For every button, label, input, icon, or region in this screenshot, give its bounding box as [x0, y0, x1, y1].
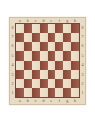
square-d4 [40, 61, 48, 70]
rank-label-right-6: 6 [80, 42, 85, 51]
file-label-bottom-c: c [32, 98, 40, 104]
square-e5 [48, 51, 56, 60]
square-h3 [71, 70, 79, 79]
square-h8 [71, 24, 79, 33]
square-c2 [32, 79, 40, 88]
square-d7 [40, 33, 48, 42]
square-a7 [16, 33, 24, 42]
square-d2 [40, 79, 48, 88]
square-g4 [63, 61, 71, 70]
rank-label-right-1: 1 [80, 89, 85, 98]
rank-labels-right: 87654321 [80, 23, 85, 98]
square-a4 [16, 61, 24, 70]
square-g6 [63, 42, 71, 51]
square-a6 [16, 42, 24, 51]
rank-label-right-5: 5 [80, 51, 85, 60]
square-e6 [48, 42, 56, 51]
square-h7 [71, 33, 79, 42]
square-f4 [55, 61, 63, 70]
square-d3 [40, 70, 48, 79]
square-e2 [48, 79, 56, 88]
square-g2 [63, 79, 71, 88]
square-b4 [24, 61, 32, 70]
square-f3 [55, 70, 63, 79]
square-e3 [48, 70, 56, 79]
square-c8 [32, 24, 40, 33]
rank-label-right-4: 4 [80, 61, 85, 70]
square-e4 [48, 61, 56, 70]
square-a1 [16, 88, 24, 97]
file-label-bottom-f: f [55, 98, 63, 104]
square-f7 [55, 33, 63, 42]
square-a3 [16, 70, 24, 79]
square-d8 [40, 24, 48, 33]
square-g5 [63, 51, 71, 60]
rank-label-right-2: 2 [80, 79, 85, 88]
square-f6 [55, 42, 63, 51]
chess-board: abcdefgh 87654321 87654321 abcdefgh [9, 17, 86, 105]
square-h6 [71, 42, 79, 51]
square-c7 [32, 33, 40, 42]
square-b7 [24, 33, 32, 42]
square-b1 [24, 88, 32, 97]
rank-label-right-8: 8 [80, 23, 85, 32]
square-g8 [63, 24, 71, 33]
square-f1 [55, 88, 63, 97]
square-b5 [24, 51, 32, 60]
square-f8 [55, 24, 63, 33]
file-label-bottom-a: a [16, 98, 24, 104]
square-c5 [32, 51, 40, 60]
square-d5 [40, 51, 48, 60]
square-h2 [71, 79, 79, 88]
square-g7 [63, 33, 71, 42]
board-squares [15, 23, 80, 98]
square-h4 [71, 61, 79, 70]
square-e7 [48, 33, 56, 42]
file-label-bottom-e: e [48, 98, 56, 104]
square-f5 [55, 51, 63, 60]
square-h5 [71, 51, 79, 60]
file-label-bottom-g: g [63, 98, 71, 104]
square-c4 [32, 61, 40, 70]
file-label-bottom-h: h [71, 98, 79, 104]
rank-label-right-3: 3 [80, 70, 85, 79]
square-g1 [63, 88, 71, 97]
square-b2 [24, 79, 32, 88]
square-b6 [24, 42, 32, 51]
file-label-bottom-b: b [24, 98, 32, 104]
square-e8 [48, 24, 56, 33]
photo-background: abcdefgh 87654321 87654321 abcdefgh [0, 0, 95, 126]
file-labels-bottom: abcdefgh [15, 98, 80, 104]
square-c1 [32, 88, 40, 97]
square-d1 [40, 88, 48, 97]
square-h1 [71, 88, 79, 97]
square-a5 [16, 51, 24, 60]
square-a2 [16, 79, 24, 88]
square-b3 [24, 70, 32, 79]
square-d6 [40, 42, 48, 51]
square-b8 [24, 24, 32, 33]
file-label-bottom-d: d [40, 98, 48, 104]
square-a8 [16, 24, 24, 33]
square-f2 [55, 79, 63, 88]
square-c6 [32, 42, 40, 51]
square-g3 [63, 70, 71, 79]
square-e1 [48, 88, 56, 97]
rank-label-right-7: 7 [80, 32, 85, 41]
square-c3 [32, 70, 40, 79]
